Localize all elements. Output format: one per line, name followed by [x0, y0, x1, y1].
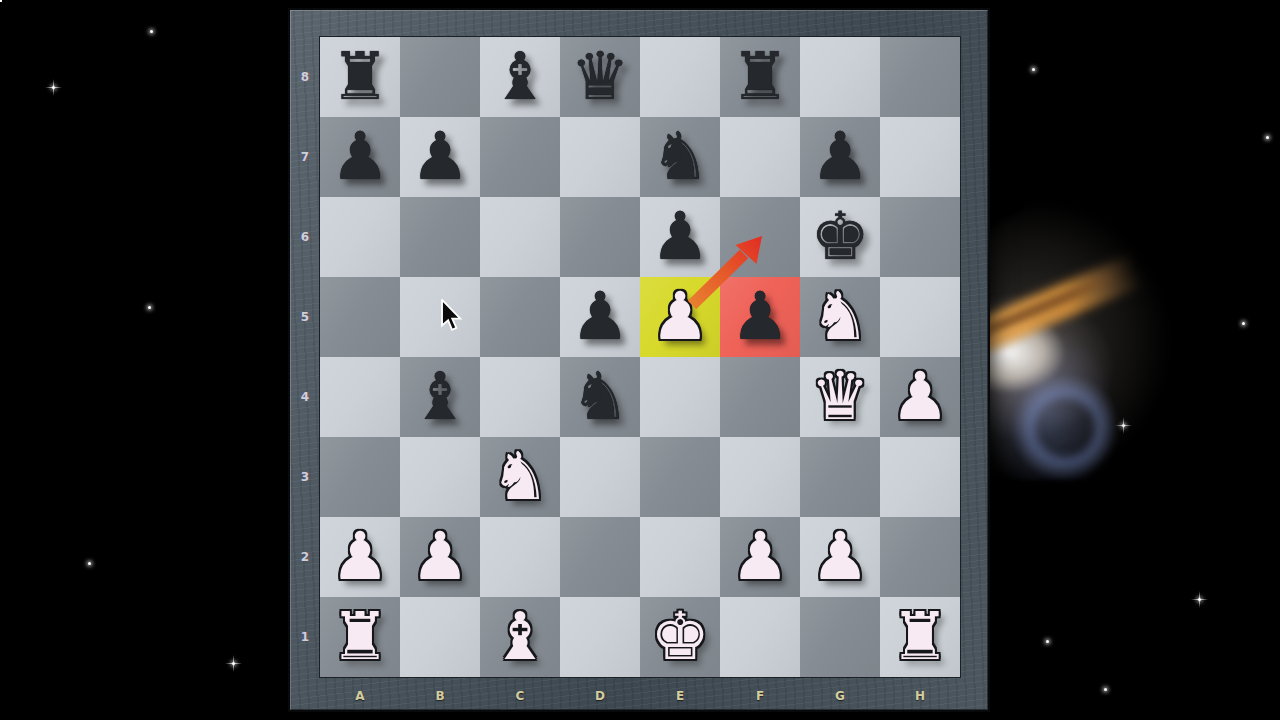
square-c7[interactable]: [480, 117, 560, 197]
piece-black-pawn[interactable]: ♟: [800, 117, 880, 197]
file-label-e: E: [640, 679, 720, 712]
piece-white-pawn[interactable]: ♟: [320, 517, 400, 597]
square-d2[interactable]: [560, 517, 640, 597]
bright-star: [148, 306, 151, 309]
square-d3[interactable]: [560, 437, 640, 517]
square-d4[interactable]: ♞: [560, 357, 640, 437]
bright-star: [52, 86, 55, 89]
square-h5[interactable]: [880, 277, 960, 357]
bright-star: [232, 662, 235, 665]
piece-black-pawn[interactable]: ♟: [720, 277, 800, 357]
square-a5[interactable]: [320, 277, 400, 357]
square-c5[interactable]: [480, 277, 560, 357]
bright-star: [1198, 598, 1201, 601]
square-h1[interactable]: ♜: [880, 597, 960, 677]
square-d1[interactable]: [560, 597, 640, 677]
square-b6[interactable]: [400, 197, 480, 277]
piece-black-bishop[interactable]: ♝: [400, 357, 480, 437]
square-b8[interactable]: [400, 37, 480, 117]
bright-star: [150, 30, 153, 33]
file-label-f: F: [720, 679, 800, 712]
square-a1[interactable]: ♜: [320, 597, 400, 677]
rank-label-5: 5: [290, 277, 320, 357]
square-f1[interactable]: [720, 597, 800, 677]
bright-star: [1032, 68, 1035, 71]
square-e8[interactable]: [640, 37, 720, 117]
square-b3[interactable]: [400, 437, 480, 517]
bright-star: [1046, 640, 1049, 643]
piece-black-rook[interactable]: ♜: [320, 37, 400, 117]
piece-white-queen[interactable]: ♛: [800, 357, 880, 437]
file-label-g: G: [800, 679, 880, 712]
piece-white-rook[interactable]: ♜: [320, 597, 400, 677]
square-e4[interactable]: [640, 357, 720, 437]
bright-star: [88, 562, 91, 565]
square-g4[interactable]: ♛: [800, 357, 880, 437]
square-e7[interactable]: ♞: [640, 117, 720, 197]
piece-white-pawn[interactable]: ♟: [640, 277, 720, 357]
square-e2[interactable]: [640, 517, 720, 597]
piece-white-bishop[interactable]: ♝: [480, 597, 560, 677]
square-g6[interactable]: ♚: [800, 197, 880, 277]
square-c1[interactable]: ♝: [480, 597, 560, 677]
screenshot-canvas: ♜♝♛♜♟♟♞♟♟♚♟♟♟♞♝♞♛♟♞♟♟♟♟♜♝♚♜ 87654321 ABC…: [0, 0, 1280, 720]
file-label-d: D: [560, 679, 640, 712]
piece-black-pawn[interactable]: ♟: [400, 117, 480, 197]
square-e5[interactable]: ♟: [640, 277, 720, 357]
square-b7[interactable]: ♟: [400, 117, 480, 197]
bright-star: [1266, 136, 1269, 139]
square-e6[interactable]: ♟: [640, 197, 720, 277]
square-e3[interactable]: [640, 437, 720, 517]
square-f7[interactable]: [720, 117, 800, 197]
square-h4[interactable]: ♟: [880, 357, 960, 437]
square-d8[interactable]: ♛: [560, 37, 640, 117]
square-c8[interactable]: ♝: [480, 37, 560, 117]
square-a6[interactable]: [320, 197, 400, 277]
chess-board-frame: ♜♝♛♜♟♟♞♟♟♚♟♟♟♞♝♞♛♟♞♟♟♟♟♜♝♚♜ 87654321 ABC…: [288, 8, 990, 712]
square-g2[interactable]: ♟: [800, 517, 880, 597]
rank-label-8: 8: [290, 37, 320, 117]
square-a8[interactable]: ♜: [320, 37, 400, 117]
square-b1[interactable]: [400, 597, 480, 677]
square-g3[interactable]: [800, 437, 880, 517]
square-d6[interactable]: [560, 197, 640, 277]
rank-label-1: 1: [290, 597, 320, 677]
piece-white-pawn[interactable]: ♟: [880, 357, 960, 437]
rank-label-2: 2: [290, 517, 320, 597]
file-label-a: A: [320, 679, 400, 712]
square-g7[interactable]: ♟: [800, 117, 880, 197]
piece-white-pawn[interactable]: ♟: [800, 517, 880, 597]
square-e1[interactable]: ♚: [640, 597, 720, 677]
chess-board: ♜♝♛♜♟♟♞♟♟♚♟♟♟♞♝♞♛♟♞♟♟♟♟♜♝♚♜: [320, 37, 960, 677]
square-d7[interactable]: [560, 117, 640, 197]
square-c2[interactable]: [480, 517, 560, 597]
rank-label-7: 7: [290, 117, 320, 197]
piece-black-pawn[interactable]: ♟: [640, 197, 720, 277]
piece-black-queen[interactable]: ♛: [560, 37, 640, 117]
rank-label-6: 6: [290, 197, 320, 277]
star: [0, 0, 1, 1]
piece-white-pawn[interactable]: ♟: [400, 517, 480, 597]
file-label-c: C: [480, 679, 560, 712]
piece-black-king[interactable]: ♚: [800, 197, 880, 277]
square-f5[interactable]: ♟: [720, 277, 800, 357]
square-h6[interactable]: [880, 197, 960, 277]
square-a2[interactable]: ♟: [320, 517, 400, 597]
bright-star: [1104, 688, 1107, 691]
square-c4[interactable]: [480, 357, 560, 437]
square-h3[interactable]: [880, 437, 960, 517]
piece-white-pawn[interactable]: ♟: [720, 517, 800, 597]
file-label-b: B: [400, 679, 480, 712]
piece-black-knight[interactable]: ♞: [560, 357, 640, 437]
square-h8[interactable]: [880, 37, 960, 117]
piece-black-pawn[interactable]: ♟: [560, 277, 640, 357]
square-f8[interactable]: ♜: [720, 37, 800, 117]
square-b4[interactable]: ♝: [400, 357, 480, 437]
square-f3[interactable]: [720, 437, 800, 517]
square-g5[interactable]: ♞: [800, 277, 880, 357]
rank-label-4: 4: [290, 357, 320, 437]
piece-white-knight[interactable]: ♞: [480, 437, 560, 517]
square-f6[interactable]: [720, 197, 800, 277]
piece-black-pawn[interactable]: ♟: [320, 117, 400, 197]
piece-white-king[interactable]: ♚: [640, 597, 720, 677]
square-b2[interactable]: ♟: [400, 517, 480, 597]
square-f4[interactable]: [720, 357, 800, 437]
square-a3[interactable]: [320, 437, 400, 517]
square-a7[interactable]: ♟: [320, 117, 400, 197]
square-f2[interactable]: ♟: [720, 517, 800, 597]
square-d5[interactable]: ♟: [560, 277, 640, 357]
square-c3[interactable]: ♞: [480, 437, 560, 517]
square-g8[interactable]: [800, 37, 880, 117]
square-h2[interactable]: [880, 517, 960, 597]
file-label-h: H: [880, 679, 960, 712]
square-c6[interactable]: [480, 197, 560, 277]
piece-white-knight[interactable]: ♞: [800, 277, 880, 357]
square-h7[interactable]: [880, 117, 960, 197]
square-g1[interactable]: [800, 597, 880, 677]
galaxy-blue-loop: [1010, 375, 1120, 480]
piece-black-bishop[interactable]: ♝: [480, 37, 560, 117]
piece-white-rook[interactable]: ♜: [880, 597, 960, 677]
piece-black-knight[interactable]: ♞: [640, 117, 720, 197]
rank-label-3: 3: [290, 437, 320, 517]
square-a4[interactable]: [320, 357, 400, 437]
piece-black-rook[interactable]: ♜: [720, 37, 800, 117]
square-b5[interactable]: [400, 277, 480, 357]
